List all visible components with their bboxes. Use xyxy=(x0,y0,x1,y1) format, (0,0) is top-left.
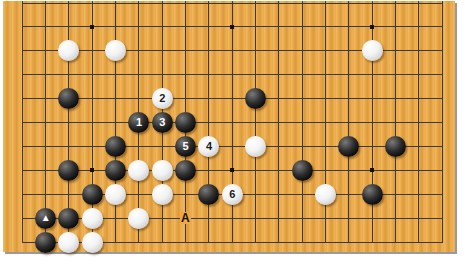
black-stone-B7[interactable] xyxy=(35,232,56,253)
grid-horizontal-line xyxy=(22,122,443,123)
black-stone-R11[interactable] xyxy=(385,136,406,157)
star-point xyxy=(230,25,234,29)
star-point xyxy=(230,168,234,172)
black-stone-H10[interactable] xyxy=(175,160,196,181)
white-stone-G13[interactable]: 2 xyxy=(152,88,173,109)
black-stone-C8[interactable] xyxy=(58,208,79,229)
white-stone-E9[interactable] xyxy=(105,184,126,205)
white-stone-L11[interactable] xyxy=(245,136,266,157)
move-number-label: 3 xyxy=(159,117,165,128)
white-stone-G9[interactable] xyxy=(152,184,173,205)
black-stone-N10[interactable] xyxy=(292,160,313,181)
move-number-label: 4 xyxy=(206,141,212,152)
move-number-label: 5 xyxy=(183,141,189,152)
white-stone-E15[interactable] xyxy=(105,40,126,61)
black-stone-G12[interactable]: 3 xyxy=(152,112,173,133)
white-stone-F10[interactable] xyxy=(128,160,149,181)
triangle-marker-icon: ▲ xyxy=(41,213,51,223)
grid-horizontal-line xyxy=(22,3,443,4)
star-point xyxy=(370,168,374,172)
white-stone-F8[interactable] xyxy=(128,208,149,229)
black-stone-H11[interactable]: 5 xyxy=(175,136,196,157)
black-stone-J9[interactable] xyxy=(198,184,219,205)
white-stone-G10[interactable] xyxy=(152,160,173,181)
move-number-label: 6 xyxy=(229,189,235,200)
move-number-label: 2 xyxy=(159,93,165,104)
go-diagram: 135▲246A xyxy=(0,0,465,265)
black-stone-F12[interactable]: 1 xyxy=(128,112,149,133)
star-point xyxy=(90,168,94,172)
white-stone-C7[interactable] xyxy=(58,232,79,253)
star-point xyxy=(90,25,94,29)
move-number-label: 1 xyxy=(136,117,142,128)
star-point xyxy=(370,25,374,29)
black-stone-C13[interactable] xyxy=(58,88,79,109)
black-stone-Q9[interactable] xyxy=(362,184,383,205)
white-stone-D7[interactable] xyxy=(82,232,103,253)
black-stone-E10[interactable] xyxy=(105,160,126,181)
black-stone-H12[interactable] xyxy=(175,112,196,133)
black-stone-P11[interactable] xyxy=(338,136,359,157)
grid-horizontal-line xyxy=(22,146,443,147)
go-board[interactable]: 135▲246A xyxy=(3,1,455,252)
grid-horizontal-line xyxy=(22,98,443,99)
white-stone-Q15[interactable] xyxy=(362,40,383,61)
white-stone-D8[interactable] xyxy=(82,208,103,229)
black-stone-D9[interactable] xyxy=(82,184,103,205)
white-stone-J11[interactable]: 4 xyxy=(198,136,219,157)
black-stone-B8[interactable]: ▲ xyxy=(35,208,56,229)
black-stone-C10[interactable] xyxy=(58,160,79,181)
grid-horizontal-line xyxy=(22,74,443,75)
white-stone-K9[interactable]: 6 xyxy=(222,184,243,205)
point-label-A: A xyxy=(180,212,191,224)
black-stone-L13[interactable] xyxy=(245,88,266,109)
black-stone-E11[interactable] xyxy=(105,136,126,157)
white-stone-C15[interactable] xyxy=(58,40,79,61)
white-stone-O9[interactable] xyxy=(315,184,336,205)
